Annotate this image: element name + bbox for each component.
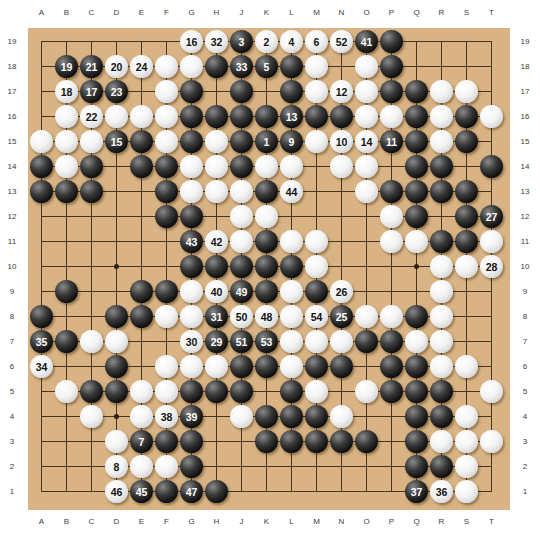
stone-L10-black (280, 255, 303, 278)
stone-P11-white (380, 230, 403, 253)
stone-D15-black: 15 (105, 130, 128, 153)
stone-S16-black (455, 105, 478, 128)
row-label-2: 2 (0, 454, 24, 479)
stone-E5-white (130, 380, 153, 403)
col-label-F: F (154, 7, 179, 19)
stone-G8-white (180, 305, 203, 328)
stone-A13-black (30, 180, 53, 203)
stone-P5-black (380, 380, 403, 403)
stone-K19-white: 2 (255, 30, 278, 53)
stone-B16-white (55, 105, 78, 128)
row-label-8: 8 (0, 304, 24, 329)
stone-R1-white: 36 (430, 480, 453, 503)
row-label-2: 2 (513, 454, 537, 479)
stone-J9-black: 49 (230, 280, 253, 303)
stone-D1-white: 46 (105, 480, 128, 503)
col-label-G: G (179, 516, 204, 528)
stone-J7-black: 51 (230, 330, 253, 353)
stone-G4-black: 39 (180, 405, 203, 428)
col-label-O: O (354, 516, 379, 528)
row-label-13: 13 (513, 179, 537, 204)
row-label-17: 17 (513, 79, 537, 104)
stone-C7-white (80, 330, 103, 353)
stone-F9-black (155, 280, 178, 303)
stone-G15-black (180, 130, 203, 153)
stone-G17-black (180, 80, 203, 103)
col-label-H: H (204, 516, 229, 528)
stone-K10-black (255, 255, 278, 278)
stone-N9-white: 26 (330, 280, 353, 303)
stone-H10-black (205, 255, 228, 278)
row-label-4: 4 (0, 404, 24, 429)
col-label-H: H (204, 7, 229, 19)
stone-F18-white (155, 55, 178, 78)
stone-C13-black (80, 180, 103, 203)
stone-P17-black (380, 80, 403, 103)
stone-G12-black (180, 205, 203, 228)
col-label-K: K (254, 7, 279, 19)
stone-K18-black: 5 (255, 55, 278, 78)
stone-E3-black: 7 (130, 430, 153, 453)
row-labels-left: 19181716151413121110987654321 (0, 29, 24, 504)
stone-K16-black (255, 105, 278, 128)
stone-G13-white (180, 180, 203, 203)
stone-F5-white (155, 380, 178, 403)
stone-L19-white: 4 (280, 30, 303, 53)
stone-B17-white: 18 (55, 80, 78, 103)
stone-B13-black (55, 180, 78, 203)
col-label-E: E (129, 7, 154, 19)
stone-N15-white: 10 (330, 130, 353, 153)
col-label-P: P (379, 7, 404, 19)
stone-Q2-black (405, 455, 428, 478)
stone-F14-black (155, 155, 178, 178)
row-label-6: 6 (513, 354, 537, 379)
col-label-S: S (454, 7, 479, 19)
stone-G19-white: 16 (180, 30, 203, 53)
stone-J13-white (230, 180, 253, 203)
col-label-D: D (104, 7, 129, 19)
row-label-12: 12 (513, 204, 537, 229)
stone-N3-black (330, 430, 353, 453)
stone-S6-white (455, 355, 478, 378)
stone-Q7-white (405, 330, 428, 353)
stone-N17-white: 12 (330, 80, 353, 103)
stone-J16-black (230, 105, 253, 128)
stone-S11-black (455, 230, 478, 253)
stone-M18-white (305, 55, 328, 78)
stone-K12-white (255, 205, 278, 228)
stone-R6-white (430, 355, 453, 378)
stone-M11-white (305, 230, 328, 253)
stone-K8-white: 48 (255, 305, 278, 328)
col-label-L: L (279, 516, 304, 528)
stone-M3-black (305, 430, 328, 453)
stone-J6-black (230, 355, 253, 378)
stone-M5-white (305, 380, 328, 403)
stone-M10-white (305, 255, 328, 278)
col-label-T: T (479, 516, 504, 528)
col-label-T: T (479, 7, 504, 19)
stone-S4-white (455, 405, 478, 428)
stone-F2-white (155, 455, 178, 478)
stone-R2-black (430, 455, 453, 478)
stone-M9-black (305, 280, 328, 303)
col-label-S: S (454, 516, 479, 528)
col-label-A: A (29, 516, 54, 528)
stone-S3-white (455, 430, 478, 453)
col-label-A: A (29, 7, 54, 19)
stone-Q16-black (405, 105, 428, 128)
stone-P15-black: 11 (380, 130, 403, 153)
stone-T10-white: 28 (480, 255, 503, 278)
stone-R5-black (430, 380, 453, 403)
stone-M7-white (305, 330, 328, 353)
stone-C16-white: 22 (80, 105, 103, 128)
row-label-12: 12 (0, 204, 24, 229)
stone-S12-black (455, 205, 478, 228)
stone-F13-black (155, 180, 178, 203)
stone-E18-white: 24 (130, 55, 153, 78)
stone-J14-black (230, 155, 253, 178)
row-label-10: 10 (513, 254, 537, 279)
col-label-C: C (79, 7, 104, 19)
stone-O15-white: 14 (355, 130, 378, 153)
stone-Q17-black (405, 80, 428, 103)
stone-L18-black (280, 55, 303, 78)
stone-H8-black: 31 (205, 305, 228, 328)
go-board[interactable]: 1632324652411921202433518172312221315191… (28, 28, 510, 510)
row-label-13: 13 (0, 179, 24, 204)
stone-R15-white (430, 130, 453, 153)
col-label-B: B (54, 516, 79, 528)
col-label-R: R (429, 7, 454, 19)
row-label-5: 5 (0, 379, 24, 404)
row-label-15: 15 (513, 129, 537, 154)
col-label-C: C (79, 516, 104, 528)
stone-J11-white (230, 230, 253, 253)
col-label-N: N (329, 7, 354, 19)
row-label-19: 19 (513, 29, 537, 54)
stone-H9-white: 40 (205, 280, 228, 303)
stone-L6-white (280, 355, 303, 378)
stone-M8-white: 54 (305, 305, 328, 328)
stone-B9-black (55, 280, 78, 303)
stone-R11-black (430, 230, 453, 253)
stone-P12-white (380, 205, 403, 228)
stone-S15-black (455, 130, 478, 153)
stone-O18-white (355, 55, 378, 78)
row-label-10: 10 (0, 254, 24, 279)
row-label-1: 1 (513, 479, 537, 504)
row-label-9: 9 (513, 279, 537, 304)
stone-L13-white: 44 (280, 180, 303, 203)
stone-K6-black (255, 355, 278, 378)
stone-O5-white (355, 380, 378, 403)
row-label-3: 3 (513, 429, 537, 454)
stone-F15-white (155, 130, 178, 153)
stone-Q11-white (405, 230, 428, 253)
stone-D8-black (105, 305, 128, 328)
stone-C5-black (80, 380, 103, 403)
stone-L14-white (280, 155, 303, 178)
stone-F1-black (155, 480, 178, 503)
stone-D17-black: 23 (105, 80, 128, 103)
stone-H7-black: 29 (205, 330, 228, 353)
stone-O16-white (355, 105, 378, 128)
row-label-14: 14 (0, 154, 24, 179)
stone-Q14-black (405, 155, 428, 178)
stone-H19-white: 32 (205, 30, 228, 53)
row-label-18: 18 (513, 54, 537, 79)
stone-C15-white (80, 130, 103, 153)
stone-D2-white: 8 (105, 455, 128, 478)
stone-T12-black: 27 (480, 205, 503, 228)
stone-E8-black (130, 305, 153, 328)
row-label-14: 14 (513, 154, 537, 179)
row-label-11: 11 (513, 229, 537, 254)
col-label-B: B (54, 7, 79, 19)
stone-S1-white (455, 480, 478, 503)
stone-F12-black (155, 205, 178, 228)
stone-M16-black (305, 105, 328, 128)
stone-G9-white (180, 280, 203, 303)
stone-G7-white: 30 (180, 330, 203, 353)
stone-F4-white: 38 (155, 405, 178, 428)
stone-R14-black (430, 155, 453, 178)
stone-R8-white (430, 305, 453, 328)
stone-O7-black (355, 330, 378, 353)
stone-L16-black: 13 (280, 105, 303, 128)
stone-D6-black (105, 355, 128, 378)
stone-B18-black: 19 (55, 55, 78, 78)
stone-S17-white (455, 80, 478, 103)
stone-G6-white (180, 355, 203, 378)
stone-H11-white: 42 (205, 230, 228, 253)
stone-R16-white (430, 105, 453, 128)
stone-K9-black (255, 280, 278, 303)
stone-C18-black: 21 (80, 55, 103, 78)
col-label-M: M (304, 516, 329, 528)
stone-Q8-black (405, 305, 428, 328)
stone-L7-white (280, 330, 303, 353)
stone-P7-black (380, 330, 403, 353)
stone-L5-black (280, 380, 303, 403)
stone-N4-white (330, 405, 353, 428)
stone-F17-white (155, 80, 178, 103)
row-label-16: 16 (513, 104, 537, 129)
col-label-R: R (429, 516, 454, 528)
row-label-9: 9 (0, 279, 24, 304)
stone-K11-black (255, 230, 278, 253)
stone-D5-black (105, 380, 128, 403)
stone-A8-black (30, 305, 53, 328)
column-labels-top: ABCDEFGHJKLMNOPQRST (29, 7, 504, 19)
stone-J18-black: 33 (230, 55, 253, 78)
stone-L3-black (280, 430, 303, 453)
col-label-F: F (154, 516, 179, 528)
stone-L4-black (280, 405, 303, 428)
stone-J4-white (230, 405, 253, 428)
row-label-7: 7 (0, 329, 24, 354)
stone-N19-white: 52 (330, 30, 353, 53)
stone-D16-white (105, 105, 128, 128)
stone-G2-black (180, 455, 203, 478)
stone-K13-black (255, 180, 278, 203)
col-label-Q: Q (404, 516, 429, 528)
stone-D7-white (105, 330, 128, 353)
stone-G5-black (180, 380, 203, 403)
stone-R13-black (430, 180, 453, 203)
row-label-15: 15 (0, 129, 24, 154)
stone-O13-white (355, 180, 378, 203)
stone-R10-white (430, 255, 453, 278)
stone-A14-black (30, 155, 53, 178)
stone-Q12-black (405, 205, 428, 228)
stone-T3-white (480, 430, 503, 453)
stone-R17-white (430, 80, 453, 103)
stone-G18-white (180, 55, 203, 78)
stone-E15-black (130, 130, 153, 153)
row-label-4: 4 (513, 404, 537, 429)
stone-S10-white (455, 255, 478, 278)
stone-M4-black (305, 405, 328, 428)
stone-G16-black (180, 105, 203, 128)
stone-G10-black (180, 255, 203, 278)
stone-M19-white: 6 (305, 30, 328, 53)
stone-C17-black: 17 (80, 80, 103, 103)
col-label-E: E (129, 516, 154, 528)
stone-N6-black (330, 355, 353, 378)
row-label-5: 5 (513, 379, 537, 404)
stone-L15-black: 9 (280, 130, 303, 153)
col-label-G: G (179, 7, 204, 19)
col-label-P: P (379, 516, 404, 528)
stone-F16-white (155, 105, 178, 128)
row-label-11: 11 (0, 229, 24, 254)
stone-F6-white (155, 355, 178, 378)
stone-N16-black (330, 105, 353, 128)
stone-R9-white (430, 280, 453, 303)
stone-H18-black (205, 55, 228, 78)
col-label-K: K (254, 516, 279, 528)
stone-B14-white (55, 155, 78, 178)
stone-M17-white (305, 80, 328, 103)
column-labels-bottom: ABCDEFGHJKLMNOPQRST (29, 516, 504, 528)
stone-J12-white (230, 205, 253, 228)
stone-S13-black (455, 180, 478, 203)
stone-D18-white: 20 (105, 55, 128, 78)
stone-H6-white (205, 355, 228, 378)
col-label-D: D (104, 516, 129, 528)
stone-H16-black (205, 105, 228, 128)
stone-L9-white (280, 280, 303, 303)
stone-F8-white (155, 305, 178, 328)
stone-K4-black (255, 405, 278, 428)
stone-B15-white (55, 130, 78, 153)
col-label-M: M (304, 7, 329, 19)
stone-D3-white (105, 430, 128, 453)
stone-B5-white (55, 380, 78, 403)
stone-G1-black: 47 (180, 480, 203, 503)
stone-H13-white (205, 180, 228, 203)
stone-A7-black: 35 (30, 330, 53, 353)
stone-F3-black (155, 430, 178, 453)
stone-O17-white (355, 80, 378, 103)
stone-N14-white (330, 155, 353, 178)
stone-H1-black (205, 480, 228, 503)
stone-T14-black (480, 155, 503, 178)
stone-H14-white (205, 155, 228, 178)
row-label-17: 17 (0, 79, 24, 104)
stone-E2-white (130, 455, 153, 478)
stone-J15-black (230, 130, 253, 153)
stone-K3-black (255, 430, 278, 453)
row-label-7: 7 (513, 329, 537, 354)
stone-T16-white (480, 105, 503, 128)
stone-M15-white (305, 130, 328, 153)
stone-P8-white (380, 305, 403, 328)
row-label-3: 3 (0, 429, 24, 454)
stone-Q5-black (405, 380, 428, 403)
stone-C14-black (80, 155, 103, 178)
stone-J19-black: 3 (230, 30, 253, 53)
stone-K7-black: 53 (255, 330, 278, 353)
stone-P6-black (380, 355, 403, 378)
stone-H15-white (205, 130, 228, 153)
stone-K14-white (255, 155, 278, 178)
stone-M6-black (305, 355, 328, 378)
stone-R7-white (430, 330, 453, 353)
stone-N7-white (330, 330, 353, 353)
stone-G11-black: 43 (180, 230, 203, 253)
stone-O14-white (355, 155, 378, 178)
row-label-1: 1 (0, 479, 24, 504)
row-label-8: 8 (513, 304, 537, 329)
stone-G14-white (180, 155, 203, 178)
stone-J17-black (230, 80, 253, 103)
col-label-J: J (229, 7, 254, 19)
stone-P16-white (380, 105, 403, 128)
stone-E4-white (130, 405, 153, 428)
stone-L11-white (280, 230, 303, 253)
stone-Q15-black (405, 130, 428, 153)
stone-A15-white (30, 130, 53, 153)
stone-E1-black: 45 (130, 480, 153, 503)
stone-P18-black (380, 55, 403, 78)
stone-C4-white (80, 405, 103, 428)
stone-Q1-black: 37 (405, 480, 428, 503)
stone-L17-black (280, 80, 303, 103)
stone-G3-black (180, 430, 203, 453)
stone-S2-white (455, 455, 478, 478)
stone-O3-black (355, 430, 378, 453)
stones-layer: 1632324652411921202433518172312221315191… (29, 29, 504, 504)
row-labels-right: 19181716151413121110987654321 (513, 29, 537, 504)
row-label-18: 18 (0, 54, 24, 79)
stone-H5-black (205, 380, 228, 403)
stone-N8-black: 25 (330, 305, 353, 328)
stone-Q6-black (405, 355, 428, 378)
stone-T11-white (480, 230, 503, 253)
stone-J8-white: 50 (230, 305, 253, 328)
row-label-16: 16 (0, 104, 24, 129)
stone-E16-white (130, 105, 153, 128)
col-label-O: O (354, 7, 379, 19)
col-label-J: J (229, 516, 254, 528)
col-label-L: L (279, 7, 304, 19)
row-label-19: 19 (0, 29, 24, 54)
